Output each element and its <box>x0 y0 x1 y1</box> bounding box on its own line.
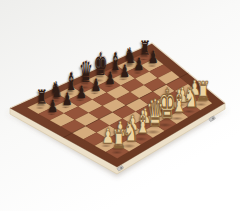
piece-glyph: ♟ <box>76 84 86 101</box>
piece-glyph: ♜ <box>112 128 127 154</box>
piece-glyph: ♟ <box>91 77 101 94</box>
piece-glyph: ♟ <box>62 91 72 108</box>
piece-glyph: ♟ <box>105 70 115 87</box>
piece-glyph: ♟ <box>148 49 158 66</box>
piece-glyph: ♟ <box>119 63 129 80</box>
chess-set-product-photo: ♜♞♝♛♚♝♞♜♟♟♟♟♟♟♟♟♟♟♟♟♟♟♟♟♜♞♝♛♚♝♞♜ <box>0 0 240 211</box>
piece-glyph: ♟ <box>134 56 144 73</box>
piece-glyph: ♟ <box>48 98 58 115</box>
piece-glyph: ♜ <box>36 89 47 109</box>
